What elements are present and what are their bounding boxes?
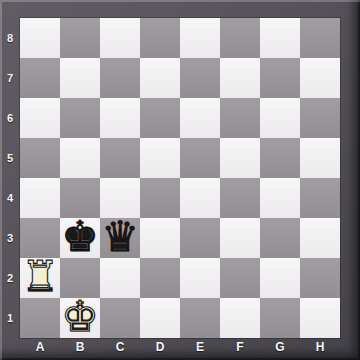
- square-g8[interactable]: [260, 18, 300, 58]
- black-queen[interactable]: ♛: [101, 217, 139, 257]
- board-frame: ♚♛♜♚ 87654321 ABCDEFGH: [0, 0, 360, 360]
- square-b1[interactable]: ♚: [60, 298, 100, 338]
- square-d6[interactable]: [140, 98, 180, 138]
- square-d7[interactable]: [140, 58, 180, 98]
- square-c6[interactable]: [100, 98, 140, 138]
- file-label-a: A: [20, 336, 60, 358]
- square-a2[interactable]: ♜: [20, 258, 60, 298]
- square-d1[interactable]: [140, 298, 180, 338]
- square-f1[interactable]: [220, 298, 260, 338]
- square-a8[interactable]: [20, 18, 60, 58]
- white-rook[interactable]: ♜: [21, 257, 59, 297]
- square-f5[interactable]: [220, 138, 260, 178]
- square-g2[interactable]: [260, 258, 300, 298]
- square-b5[interactable]: [60, 138, 100, 178]
- square-a1[interactable]: [20, 298, 60, 338]
- file-label-f: F: [220, 336, 260, 358]
- black-king[interactable]: ♚: [61, 217, 99, 257]
- square-d8[interactable]: [140, 18, 180, 58]
- square-e7[interactable]: [180, 58, 220, 98]
- square-h3[interactable]: [300, 218, 340, 258]
- square-a6[interactable]: [20, 98, 60, 138]
- file-label-h: H: [300, 336, 340, 358]
- square-f6[interactable]: [220, 98, 260, 138]
- square-a7[interactable]: [20, 58, 60, 98]
- square-h6[interactable]: [300, 98, 340, 138]
- square-c3[interactable]: ♛: [100, 218, 140, 258]
- rank-label-4: 4: [0, 178, 20, 218]
- square-h7[interactable]: [300, 58, 340, 98]
- square-e3[interactable]: [180, 218, 220, 258]
- square-b6[interactable]: [60, 98, 100, 138]
- square-e6[interactable]: [180, 98, 220, 138]
- square-d4[interactable]: [140, 178, 180, 218]
- file-label-e: E: [180, 336, 220, 358]
- chess-board: ♚♛♜♚: [20, 18, 340, 338]
- rank-label-3: 3: [0, 218, 20, 258]
- rank-label-7: 7: [0, 58, 20, 98]
- square-f3[interactable]: [220, 218, 260, 258]
- square-d3[interactable]: [140, 218, 180, 258]
- square-g6[interactable]: [260, 98, 300, 138]
- square-d5[interactable]: [140, 138, 180, 178]
- file-label-c: C: [100, 336, 140, 358]
- file-label-d: D: [140, 336, 180, 358]
- square-g4[interactable]: [260, 178, 300, 218]
- rank-label-5: 5: [0, 138, 20, 178]
- square-h2[interactable]: [300, 258, 340, 298]
- square-a4[interactable]: [20, 178, 60, 218]
- square-b3[interactable]: ♚: [60, 218, 100, 258]
- square-e8[interactable]: [180, 18, 220, 58]
- square-f8[interactable]: [220, 18, 260, 58]
- square-c1[interactable]: [100, 298, 140, 338]
- square-b7[interactable]: [60, 58, 100, 98]
- file-label-g: G: [260, 336, 300, 358]
- white-king[interactable]: ♚: [61, 297, 99, 337]
- square-g3[interactable]: [260, 218, 300, 258]
- square-f4[interactable]: [220, 178, 260, 218]
- square-c8[interactable]: [100, 18, 140, 58]
- square-e5[interactable]: [180, 138, 220, 178]
- file-label-b: B: [60, 336, 100, 358]
- square-a5[interactable]: [20, 138, 60, 178]
- square-h4[interactable]: [300, 178, 340, 218]
- square-g5[interactable]: [260, 138, 300, 178]
- square-c7[interactable]: [100, 58, 140, 98]
- square-h1[interactable]: [300, 298, 340, 338]
- square-e4[interactable]: [180, 178, 220, 218]
- square-d2[interactable]: [140, 258, 180, 298]
- square-h8[interactable]: [300, 18, 340, 58]
- square-g7[interactable]: [260, 58, 300, 98]
- square-g1[interactable]: [260, 298, 300, 338]
- square-c5[interactable]: [100, 138, 140, 178]
- rank-label-8: 8: [0, 18, 20, 58]
- rank-label-6: 6: [0, 98, 20, 138]
- rank-label-2: 2: [0, 258, 20, 298]
- square-f2[interactable]: [220, 258, 260, 298]
- square-b8[interactable]: [60, 18, 100, 58]
- square-f7[interactable]: [220, 58, 260, 98]
- square-c2[interactable]: [100, 258, 140, 298]
- square-e2[interactable]: [180, 258, 220, 298]
- rank-label-1: 1: [0, 298, 20, 338]
- square-h5[interactable]: [300, 138, 340, 178]
- square-e1[interactable]: [180, 298, 220, 338]
